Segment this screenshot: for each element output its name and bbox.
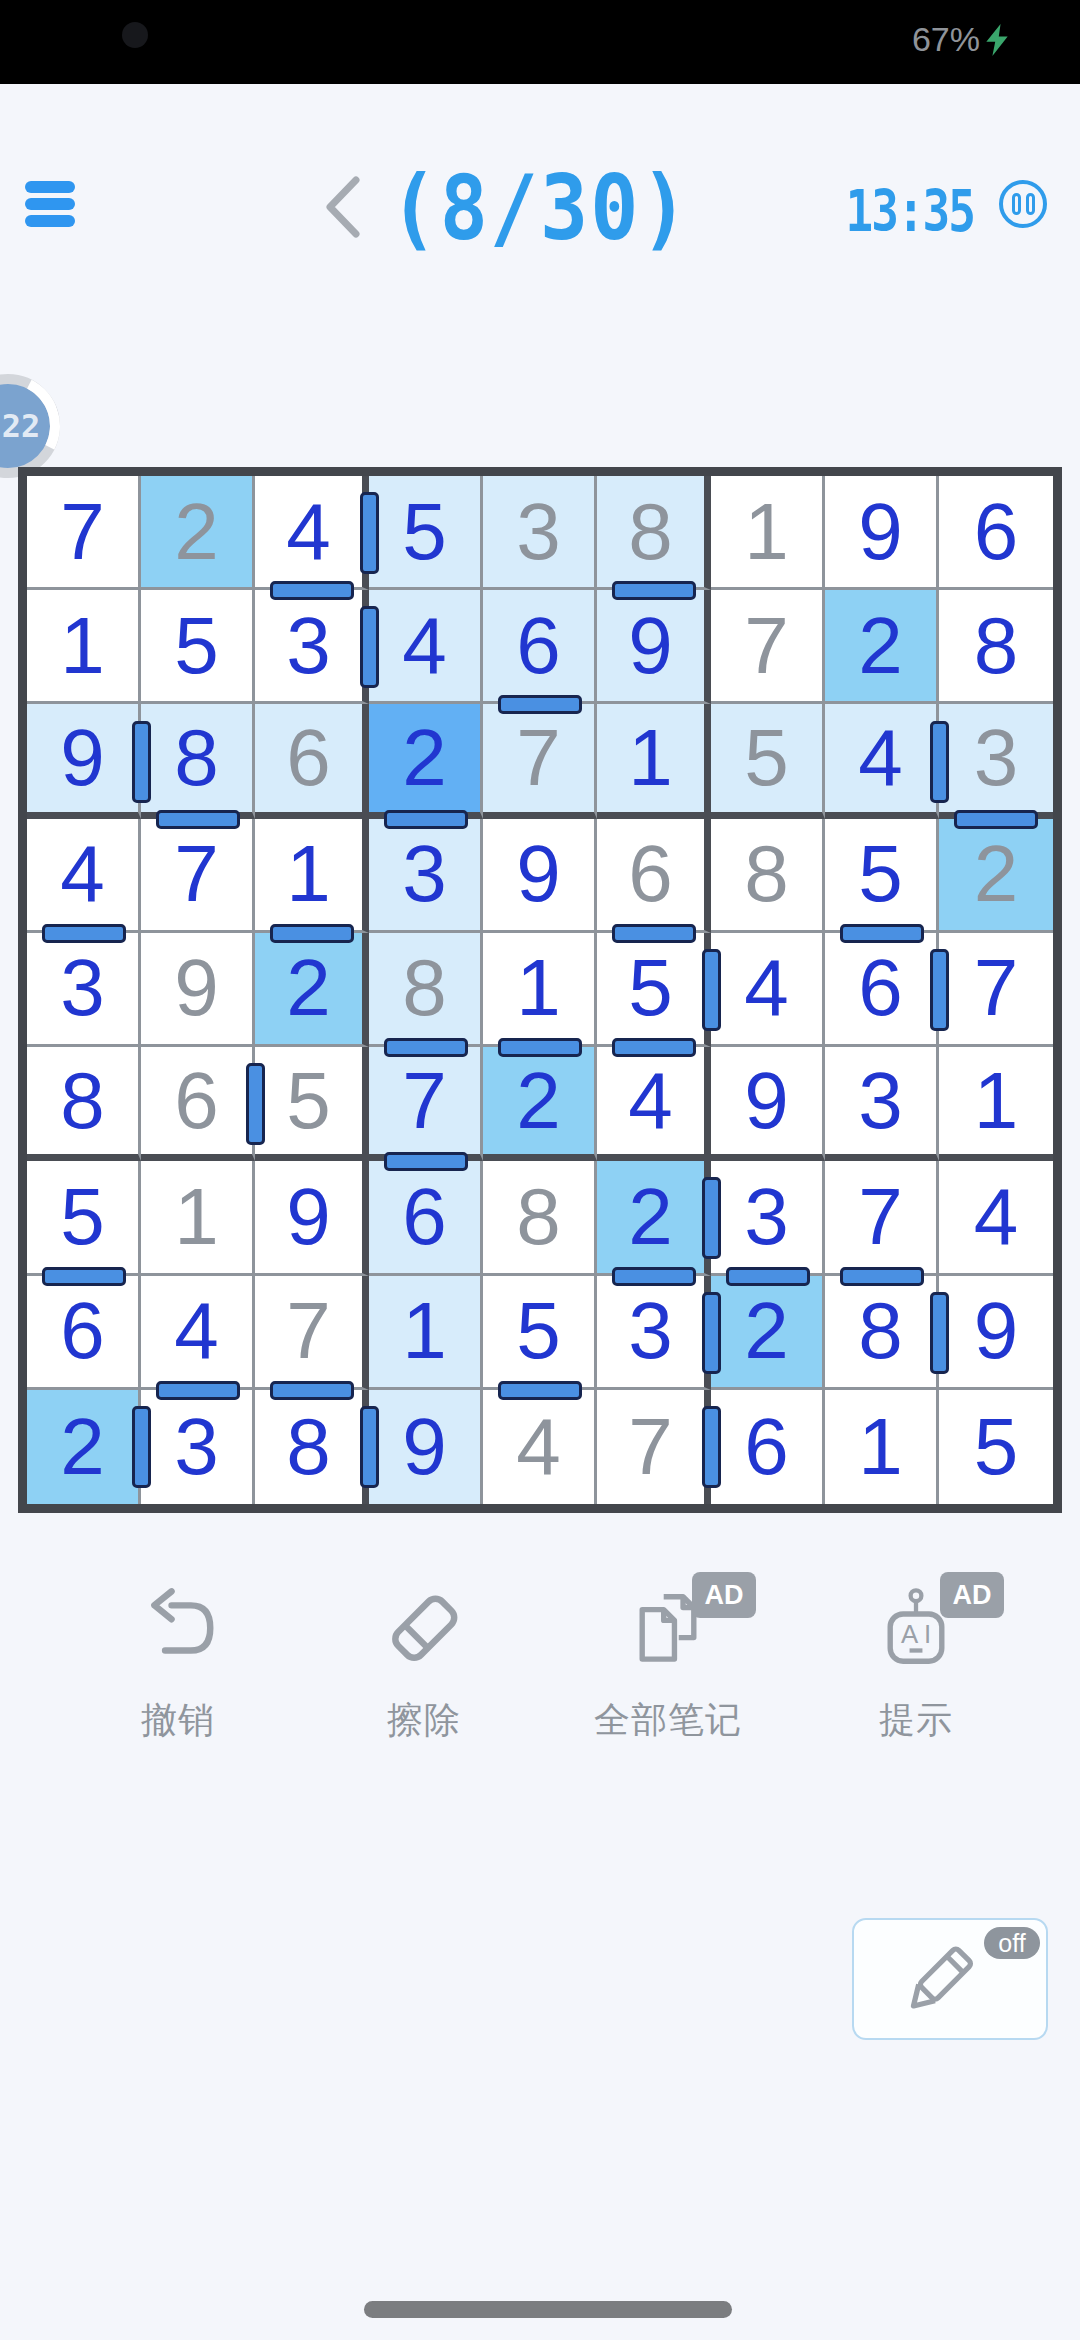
given-digit: 3 xyxy=(974,718,1019,798)
consecutive-pair-marker xyxy=(156,810,240,829)
cell-r4c3[interactable]: 1 xyxy=(255,819,369,933)
consecutive-pair-marker xyxy=(702,949,721,1031)
given-digit: 1 xyxy=(174,1177,219,1257)
cell-r3c1[interactable]: 9 xyxy=(27,704,141,818)
cell-r5c7[interactable]: 4 xyxy=(711,933,825,1047)
consecutive-pair-marker xyxy=(840,1267,924,1286)
eraser-icon xyxy=(381,1586,467,1672)
user-digit: 6 xyxy=(402,1177,447,1257)
cell-r6c3[interactable]: 5 xyxy=(255,1047,369,1161)
given-digit: 6 xyxy=(174,1061,219,1141)
cell-r1c2[interactable]: 2 xyxy=(141,476,255,590)
undo-label: 撤销 xyxy=(141,1696,215,1745)
cell-r2c6[interactable]: 9 xyxy=(597,590,711,704)
user-digit: 9 xyxy=(628,606,673,686)
cell-r7c2[interactable]: 1 xyxy=(141,1161,255,1275)
cell-r7c4[interactable]: 6 xyxy=(369,1161,483,1275)
all-notes-label: 全部笔记 xyxy=(594,1696,742,1745)
cell-r3c9[interactable]: 3 xyxy=(939,704,1053,818)
user-digit: 4 xyxy=(174,1291,219,1371)
cell-r4c8[interactable]: 5 xyxy=(825,819,939,933)
cell-r2c4[interactable]: 4 xyxy=(369,590,483,704)
cell-r8c4[interactable]: 1 xyxy=(369,1276,483,1390)
user-digit: 4 xyxy=(286,492,331,572)
cell-r6c2[interactable]: 6 xyxy=(141,1047,255,1161)
user-digit: 1 xyxy=(628,718,673,798)
cell-r2c9[interactable]: 8 xyxy=(939,590,1053,704)
cell-r9c7[interactable]: 6 xyxy=(711,1390,825,1504)
home-indicator[interactable] xyxy=(364,2301,732,2318)
user-digit: 8 xyxy=(286,1407,331,1487)
cell-r1c1[interactable]: 7 xyxy=(27,476,141,590)
cell-r5c4[interactable]: 8 xyxy=(369,933,483,1047)
user-digit: 9 xyxy=(402,1407,447,1487)
cell-r3c3[interactable]: 6 xyxy=(255,704,369,818)
cell-r4c5[interactable]: 9 xyxy=(483,819,597,933)
cell-r5c6[interactable]: 5 xyxy=(597,933,711,1047)
user-digit: 4 xyxy=(60,834,105,914)
cell-r2c3[interactable]: 3 xyxy=(255,590,369,704)
user-digit: 1 xyxy=(60,606,105,686)
pencil-off-badge: off xyxy=(984,1927,1040,1959)
consecutive-pair-marker xyxy=(954,810,1038,829)
pause-button[interactable] xyxy=(999,180,1047,228)
battery-percent: 67% xyxy=(912,20,980,59)
cell-r5c9[interactable]: 7 xyxy=(939,933,1053,1047)
cell-r6c8[interactable]: 3 xyxy=(825,1047,939,1161)
user-digit: 5 xyxy=(60,1177,105,1257)
camera-cutout xyxy=(122,22,148,48)
cell-r6c9[interactable]: 1 xyxy=(939,1047,1053,1161)
given-digit: 8 xyxy=(402,948,447,1028)
cell-r3c8[interactable]: 4 xyxy=(825,704,939,818)
cell-r9c4[interactable]: 9 xyxy=(369,1390,483,1504)
cell-r6c5[interactable]: 2 xyxy=(483,1047,597,1161)
pencil-mode-toggle[interactable]: off xyxy=(852,1918,1048,2040)
header: (8/30) 13:35 xyxy=(0,84,1080,264)
cell-r1c6[interactable]: 8 xyxy=(597,476,711,590)
user-digit: 4 xyxy=(858,718,903,798)
cell-r3c6[interactable]: 1 xyxy=(597,704,711,818)
user-digit: 7 xyxy=(974,948,1019,1028)
undo-icon xyxy=(135,1586,221,1672)
given-digit: 4 xyxy=(516,1407,561,1487)
hint-label: 提示 xyxy=(879,1696,953,1745)
consecutive-pair-marker xyxy=(246,1063,265,1145)
cell-r4c6[interactable]: 6 xyxy=(597,819,711,933)
given-digit: 2 xyxy=(974,834,1019,914)
user-digit: 6 xyxy=(858,948,903,1028)
user-digit: 7 xyxy=(858,1177,903,1257)
toolbar: 撤销 擦除 AD 全部笔记 A I AD 提示 xyxy=(0,1572,1080,1762)
consecutive-pair-marker xyxy=(270,924,354,943)
svg-text:A I: A I xyxy=(901,1620,931,1648)
user-digit: 5 xyxy=(402,492,447,572)
user-digit: 2 xyxy=(628,1177,673,1257)
cell-r2c5[interactable]: 6 xyxy=(483,590,597,704)
consecutive-pair-marker xyxy=(384,1152,468,1171)
undo-button[interactable]: 撤销 xyxy=(58,1572,298,1745)
cell-r6c7[interactable]: 9 xyxy=(711,1047,825,1161)
user-digit: 3 xyxy=(858,1061,903,1141)
given-digit: 1 xyxy=(744,492,789,572)
consecutive-pair-marker xyxy=(702,1292,721,1374)
cell-r1c3[interactable]: 4 xyxy=(255,476,369,590)
cell-r4c9[interactable]: 2 xyxy=(939,819,1053,933)
given-digit: 5 xyxy=(744,718,789,798)
given-digit: 7 xyxy=(516,718,561,798)
cell-r3c7[interactable]: 5 xyxy=(711,704,825,818)
cell-r4c2[interactable]: 7 xyxy=(141,819,255,933)
user-digit: 9 xyxy=(858,492,903,572)
given-digit: 2 xyxy=(174,492,219,572)
cell-r1c7[interactable]: 1 xyxy=(711,476,825,590)
consecutive-pair-marker xyxy=(498,1381,582,1400)
consecutive-pair-marker xyxy=(702,1406,721,1488)
given-digit: 7 xyxy=(744,606,789,686)
user-digit: 5 xyxy=(858,834,903,914)
user-digit: 9 xyxy=(516,834,561,914)
user-digit: 4 xyxy=(402,606,447,686)
cell-r7c1[interactable]: 5 xyxy=(27,1161,141,1275)
cell-r9c9[interactable]: 5 xyxy=(939,1390,1053,1504)
user-digit: 5 xyxy=(516,1291,561,1371)
consecutive-pair-marker xyxy=(360,1406,379,1488)
user-digit: 4 xyxy=(628,1061,673,1141)
consecutive-pair-marker xyxy=(612,924,696,943)
cell-r7c3[interactable]: 9 xyxy=(255,1161,369,1275)
user-digit: 2 xyxy=(286,948,331,1028)
user-digit: 8 xyxy=(60,1061,105,1141)
consecutive-pair-marker xyxy=(612,1267,696,1286)
cell-r7c8[interactable]: 7 xyxy=(825,1161,939,1275)
level-badge-value: 22 xyxy=(2,407,41,445)
user-digit: 6 xyxy=(60,1291,105,1371)
given-digit: 3 xyxy=(516,492,561,572)
user-digit: 6 xyxy=(974,492,1019,572)
consecutive-pair-marker xyxy=(156,1381,240,1400)
consecutive-pair-marker xyxy=(498,1038,582,1057)
cell-r8c1[interactable]: 6 xyxy=(27,1276,141,1390)
user-digit: 4 xyxy=(744,948,789,1028)
user-digit: 9 xyxy=(60,718,105,798)
user-digit: 2 xyxy=(744,1291,789,1371)
consecutive-pair-marker xyxy=(612,1038,696,1057)
cell-r6c1[interactable]: 8 xyxy=(27,1047,141,1161)
cell-r9c2[interactable]: 3 xyxy=(141,1390,255,1504)
cell-r7c5[interactable]: 8 xyxy=(483,1161,597,1275)
cell-r8c8[interactable]: 8 xyxy=(825,1276,939,1390)
user-digit: 2 xyxy=(402,718,447,798)
user-digit: 1 xyxy=(286,834,331,914)
given-digit: 7 xyxy=(286,1291,331,1371)
given-digit: 8 xyxy=(628,492,673,572)
user-digit: 5 xyxy=(174,606,219,686)
cell-r3c2[interactable]: 8 xyxy=(141,704,255,818)
cell-r9c3[interactable]: 8 xyxy=(255,1390,369,1504)
user-digit: 9 xyxy=(974,1291,1019,1371)
cell-r4c4[interactable]: 3 xyxy=(369,819,483,933)
given-digit: 6 xyxy=(628,834,673,914)
user-digit: 8 xyxy=(174,718,219,798)
cell-r8c3[interactable]: 7 xyxy=(255,1276,369,1390)
cell-r1c4[interactable]: 5 xyxy=(369,476,483,590)
given-digit: 5 xyxy=(286,1061,331,1141)
consecutive-pair-marker xyxy=(930,721,949,803)
hint-button[interactable]: A I AD 提示 xyxy=(796,1572,1036,1745)
cell-r2c2[interactable]: 5 xyxy=(141,590,255,704)
cell-r9c5[interactable]: 4 xyxy=(483,1390,597,1504)
level-badge: 22 xyxy=(0,374,60,478)
user-digit: 1 xyxy=(974,1061,1019,1141)
cell-r3c5[interactable]: 7 xyxy=(483,704,597,818)
user-digit: 1 xyxy=(402,1291,447,1371)
user-digit: 7 xyxy=(402,1061,447,1141)
cell-r2c7[interactable]: 7 xyxy=(711,590,825,704)
consecutive-pair-marker xyxy=(726,1267,810,1286)
cell-r9c6[interactable]: 7 xyxy=(597,1390,711,1504)
cell-r9c8[interactable]: 1 xyxy=(825,1390,939,1504)
given-digit: 7 xyxy=(628,1407,673,1487)
user-digit: 4 xyxy=(974,1177,1019,1257)
cell-r2c1[interactable]: 1 xyxy=(27,590,141,704)
user-digit: 1 xyxy=(858,1407,903,1487)
user-digit: 3 xyxy=(60,948,105,1028)
user-digit: 6 xyxy=(516,606,561,686)
cell-r7c6[interactable]: 2 xyxy=(597,1161,711,1275)
status-bar: 67% xyxy=(0,0,1080,84)
user-digit: 3 xyxy=(286,606,331,686)
consecutive-pair-marker xyxy=(840,924,924,943)
user-digit: 8 xyxy=(974,606,1019,686)
consecutive-pair-marker xyxy=(132,721,151,803)
erase-button[interactable]: 擦除 xyxy=(304,1572,544,1745)
user-digit: 3 xyxy=(744,1177,789,1257)
user-digit: 1 xyxy=(516,948,561,1028)
cell-r5c3[interactable]: 2 xyxy=(255,933,369,1047)
user-digit: 5 xyxy=(974,1407,1019,1487)
cell-r5c1[interactable]: 3 xyxy=(27,933,141,1047)
consecutive-pair-marker xyxy=(384,1038,468,1057)
user-digit: 2 xyxy=(516,1061,561,1141)
ad-badge: AD xyxy=(692,1572,756,1618)
cell-r4c1[interactable]: 4 xyxy=(27,819,141,933)
user-digit: 2 xyxy=(858,606,903,686)
consecutive-pair-marker xyxy=(930,1292,949,1374)
user-digit: 7 xyxy=(60,492,105,572)
consecutive-pair-marker xyxy=(360,606,379,688)
user-digit: 7 xyxy=(174,834,219,914)
consecutive-pair-marker xyxy=(42,1267,126,1286)
erase-label: 擦除 xyxy=(387,1696,461,1745)
cell-r5c5[interactable]: 1 xyxy=(483,933,597,1047)
consecutive-pair-marker xyxy=(612,581,696,600)
game-timer: 13:35 xyxy=(846,177,974,245)
cell-r8c5[interactable]: 5 xyxy=(483,1276,597,1390)
user-digit: 3 xyxy=(628,1291,673,1371)
given-digit: 9 xyxy=(174,948,219,1028)
cell-r8c9[interactable]: 9 xyxy=(939,1276,1053,1390)
consecutive-pair-marker xyxy=(270,1381,354,1400)
user-digit: 9 xyxy=(744,1061,789,1141)
user-digit: 3 xyxy=(174,1407,219,1487)
cell-r6c4[interactable]: 7 xyxy=(369,1047,483,1161)
consecutive-pair-marker xyxy=(360,492,379,574)
cell-r1c5[interactable]: 3 xyxy=(483,476,597,590)
user-digit: 5 xyxy=(628,948,673,1028)
pencil-icon xyxy=(896,1938,980,2022)
cell-r9c1[interactable]: 2 xyxy=(27,1390,141,1504)
consecutive-pair-marker xyxy=(498,695,582,714)
cell-r8c7[interactable]: 2 xyxy=(711,1276,825,1390)
charging-bolt-icon xyxy=(986,24,1008,56)
sudoku-board[interactable]: 7245381961534697289862715434713968523928… xyxy=(18,467,1062,1513)
cell-r6c6[interactable]: 4 xyxy=(597,1047,711,1161)
user-digit: 9 xyxy=(286,1177,331,1257)
cell-r5c2[interactable]: 9 xyxy=(141,933,255,1047)
cell-r8c6[interactable]: 3 xyxy=(597,1276,711,1390)
given-digit: 6 xyxy=(286,718,331,798)
cell-r1c9[interactable]: 6 xyxy=(939,476,1053,590)
cell-r2c8[interactable]: 2 xyxy=(825,590,939,704)
consecutive-pair-marker xyxy=(42,924,126,943)
battery-status: 67% xyxy=(912,20,1008,59)
user-digit: 8 xyxy=(858,1291,903,1371)
cell-r4c7[interactable]: 8 xyxy=(711,819,825,933)
cell-r1c8[interactable]: 9 xyxy=(825,476,939,590)
consecutive-pair-marker xyxy=(270,581,354,600)
user-digit: 2 xyxy=(60,1407,105,1487)
consecutive-pair-marker xyxy=(930,949,949,1031)
consecutive-pair-marker xyxy=(702,1177,721,1259)
user-digit: 3 xyxy=(402,834,447,914)
given-digit: 8 xyxy=(744,834,789,914)
cell-r7c7[interactable]: 3 xyxy=(711,1161,825,1275)
cell-r5c8[interactable]: 6 xyxy=(825,933,939,1047)
ad-badge: AD xyxy=(940,1572,1004,1618)
consecutive-pair-marker xyxy=(384,810,468,829)
user-digit: 6 xyxy=(744,1407,789,1487)
all-notes-button[interactable]: AD 全部笔记 xyxy=(548,1572,788,1745)
given-digit: 8 xyxy=(516,1177,561,1257)
cell-r3c4[interactable]: 2 xyxy=(369,704,483,818)
cell-r7c9[interactable]: 4 xyxy=(939,1161,1053,1275)
cell-r8c2[interactable]: 4 xyxy=(141,1276,255,1390)
consecutive-pair-marker xyxy=(132,1406,151,1488)
